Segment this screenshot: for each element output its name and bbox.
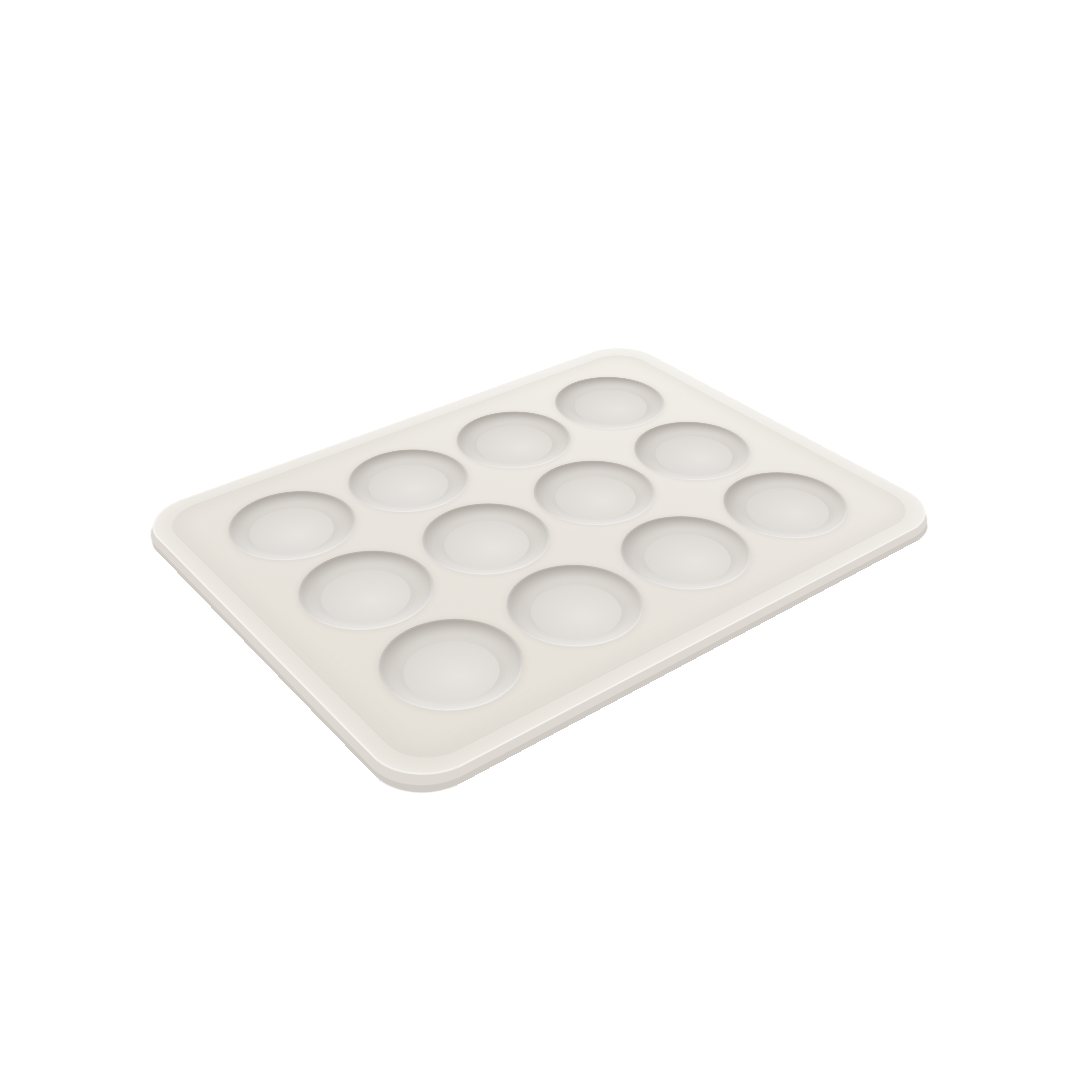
white-background	[0, 0, 1080, 1080]
